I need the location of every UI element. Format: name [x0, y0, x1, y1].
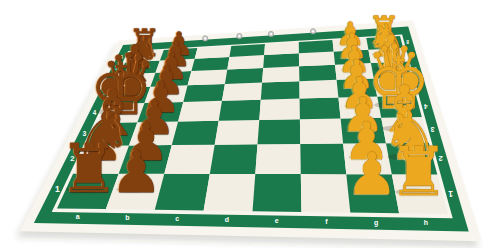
piece-shadow — [117, 77, 143, 82]
rank-label-right-2: 2 — [438, 154, 442, 163]
piece-shadow — [153, 91, 174, 95]
piece-shadow — [371, 40, 391, 44]
piece-shadow — [349, 154, 376, 159]
square-e4 — [259, 99, 300, 120]
square-c7 — [191, 57, 229, 71]
file-label-h: h — [424, 219, 428, 226]
rank-label-right-6: 6 — [414, 66, 417, 72]
rank-label-right-8: 8 — [406, 39, 409, 44]
piece-shadow — [395, 189, 430, 196]
piece-shadow — [66, 186, 101, 193]
square-e6 — [262, 66, 299, 82]
chess-set-product-photo[interactable]: abcdefgh1122334455667788 ♜♟♟♜♞♟♟♞♝♟♟♝♛♟♟… — [0, 0, 500, 248]
rank-label-left-7: 7 — [115, 65, 118, 71]
file-label-e: e — [275, 217, 279, 224]
piece-shadow — [344, 104, 366, 108]
piece-shadow — [374, 102, 411, 109]
piece-shadow — [339, 42, 356, 45]
piece-shadow — [132, 53, 152, 57]
grommet-hole — [312, 30, 314, 32]
piece-shadow — [387, 154, 422, 161]
square-f6 — [299, 65, 337, 82]
piece-shadow — [382, 125, 415, 131]
square-d6 — [225, 68, 263, 84]
square-d8 — [229, 44, 265, 57]
file-label-g: g — [374, 219, 378, 227]
piece-shadow — [373, 82, 405, 88]
square-d3 — [215, 120, 260, 145]
piece-shadow — [125, 64, 148, 68]
file-label-b: b — [125, 214, 129, 221]
grommet-hole — [270, 33, 272, 35]
piece-shadow — [340, 54, 358, 57]
square-c3 — [172, 121, 219, 145]
square-d2 — [210, 144, 258, 174]
rank-label-left-3: 3 — [82, 130, 86, 137]
piece-shadow — [341, 68, 360, 72]
piece-shadow — [343, 85, 364, 89]
square-d1 — [204, 174, 256, 211]
square-e5 — [261, 81, 300, 100]
square-d4 — [219, 100, 261, 121]
rank-label-left-4: 4 — [93, 109, 97, 116]
rank-label-right-7: 7 — [410, 52, 413, 58]
piece-shadow — [116, 187, 146, 193]
square-f1 — [301, 174, 351, 213]
piece-shadow — [159, 76, 178, 80]
square-f2 — [300, 144, 346, 175]
rank-label-right-1: 1 — [448, 189, 453, 199]
square-f5 — [299, 80, 338, 99]
piece-shadow — [146, 109, 168, 113]
square-d7 — [227, 55, 264, 69]
square-c5 — [183, 84, 225, 102]
square-c2 — [164, 145, 214, 174]
piece-shadow — [90, 129, 123, 135]
rank-label-left-1: 1 — [55, 184, 60, 194]
rank-label-left-8: 8 — [120, 55, 123, 60]
square-c8 — [195, 46, 232, 59]
rank-label-left-2: 2 — [70, 154, 74, 163]
piece-shadow — [138, 130, 163, 135]
rank-label-right-4: 4 — [424, 103, 428, 110]
piece-shadow — [163, 63, 181, 66]
square-e3 — [258, 119, 301, 144]
chess-board: abcdefgh1122334455667788 — [0, 0, 500, 248]
piece-shadow — [107, 91, 139, 97]
grommet-hole — [238, 35, 240, 37]
square-e1 — [253, 174, 302, 212]
file-label-c: c — [175, 215, 179, 222]
square-d5 — [222, 83, 262, 101]
square-e2 — [255, 144, 300, 174]
square-f4 — [300, 98, 341, 120]
piece-shadow — [373, 66, 399, 71]
piece-shadow — [346, 127, 371, 132]
grommet-hole — [204, 37, 206, 39]
square-f7 — [299, 52, 335, 67]
square-c4 — [178, 101, 222, 122]
square-c1 — [155, 174, 210, 211]
rank-label-right-3: 3 — [430, 126, 434, 133]
square-e8 — [264, 42, 299, 55]
piece-shadow — [79, 155, 114, 162]
rank-label-left-6: 6 — [109, 78, 112, 84]
piece-shadow — [128, 155, 155, 160]
square-f8 — [299, 40, 334, 53]
piece-shadow — [352, 189, 382, 195]
piece-shadow — [97, 108, 134, 115]
file-label-a: a — [76, 213, 80, 220]
square-c6 — [188, 70, 228, 86]
piece-shadow — [168, 52, 185, 55]
square-e7 — [263, 53, 299, 68]
square-f3 — [300, 119, 343, 144]
file-label-d: d — [225, 216, 229, 223]
piece-shadow — [372, 52, 395, 56]
